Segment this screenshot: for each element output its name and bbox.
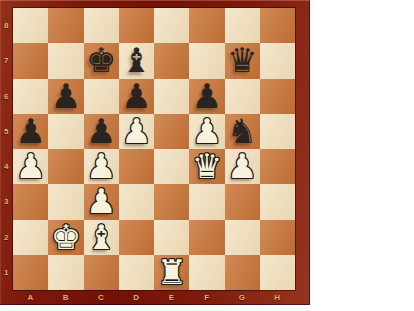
square-c8[interactable] (84, 8, 119, 43)
black-pawn: ♟ (192, 79, 222, 114)
black-king: ♚ (86, 43, 116, 78)
square-h2[interactable] (260, 220, 295, 255)
file-label-f: F (189, 290, 224, 305)
rank-label-1: 1 (0, 255, 13, 290)
square-h7[interactable] (260, 43, 295, 78)
square-b2[interactable]: ♚ (48, 220, 83, 255)
square-a7[interactable] (13, 43, 48, 78)
square-g5[interactable]: ♞ (225, 114, 260, 149)
page: 87654321 ♚♝♛♟♟♟♟♟♟♟♞♟♟♛♟♟♚♝♜ ABCDEFGH (0, 0, 414, 311)
chessboard: ♚♝♛♟♟♟♟♟♟♟♞♟♟♛♟♟♚♝♜ (13, 8, 295, 290)
square-c3[interactable]: ♟ (84, 184, 119, 219)
square-h8[interactable] (260, 8, 295, 43)
square-c5[interactable]: ♟ (84, 114, 119, 149)
square-a2[interactable] (13, 220, 48, 255)
white-pawn: ♟ (121, 114, 151, 149)
white-pawn: ♟ (86, 149, 116, 184)
square-h4[interactable] (260, 149, 295, 184)
file-labels: ABCDEFGH (13, 290, 295, 305)
black-queen: ♛ (227, 43, 257, 78)
white-queen: ♛ (192, 149, 222, 184)
rank-label-6: 6 (0, 79, 13, 114)
square-a5[interactable]: ♟ (13, 114, 48, 149)
square-f2[interactable] (189, 220, 224, 255)
file-label-b: B (48, 290, 83, 305)
square-e1[interactable]: ♜ (154, 255, 189, 290)
file-label-c: C (84, 290, 119, 305)
black-pawn: ♟ (121, 79, 151, 114)
rank-label-4: 4 (0, 149, 13, 184)
square-c1[interactable] (84, 255, 119, 290)
square-b5[interactable] (48, 114, 83, 149)
board-frame: 87654321 ♚♝♛♟♟♟♟♟♟♟♞♟♟♛♟♟♚♝♜ ABCDEFGH (0, 0, 310, 305)
square-d6[interactable]: ♟ (119, 79, 154, 114)
white-pawn: ♟ (227, 149, 257, 184)
square-f6[interactable]: ♟ (189, 79, 224, 114)
file-label-a: A (13, 290, 48, 305)
square-f3[interactable] (189, 184, 224, 219)
white-pawn: ♟ (15, 149, 45, 184)
square-c6[interactable] (84, 79, 119, 114)
square-e3[interactable] (154, 184, 189, 219)
white-rook: ♜ (156, 255, 186, 290)
square-f4[interactable]: ♛ (189, 149, 224, 184)
square-g1[interactable] (225, 255, 260, 290)
square-h6[interactable] (260, 79, 295, 114)
square-f7[interactable] (189, 43, 224, 78)
square-g4[interactable]: ♟ (225, 149, 260, 184)
square-e2[interactable] (154, 220, 189, 255)
square-c2[interactable]: ♝ (84, 220, 119, 255)
black-bishop: ♝ (121, 43, 151, 78)
rank-label-7: 7 (0, 43, 13, 78)
square-f5[interactable]: ♟ (189, 114, 224, 149)
white-bishop: ♝ (86, 220, 116, 255)
square-e8[interactable] (154, 8, 189, 43)
square-a6[interactable] (13, 79, 48, 114)
square-e5[interactable] (154, 114, 189, 149)
square-h5[interactable] (260, 114, 295, 149)
square-a4[interactable]: ♟ (13, 149, 48, 184)
square-b8[interactable] (48, 8, 83, 43)
square-c4[interactable]: ♟ (84, 149, 119, 184)
square-h3[interactable] (260, 184, 295, 219)
square-d2[interactable] (119, 220, 154, 255)
black-pawn: ♟ (51, 79, 81, 114)
black-pawn: ♟ (15, 114, 45, 149)
white-pawn: ♟ (192, 114, 222, 149)
black-knight: ♞ (227, 114, 257, 149)
square-a3[interactable] (13, 184, 48, 219)
square-b4[interactable] (48, 149, 83, 184)
square-b6[interactable]: ♟ (48, 79, 83, 114)
square-d3[interactable] (119, 184, 154, 219)
square-e4[interactable] (154, 149, 189, 184)
white-king: ♚ (51, 220, 81, 255)
square-b7[interactable] (48, 43, 83, 78)
square-e6[interactable] (154, 79, 189, 114)
rank-label-3: 3 (0, 184, 13, 219)
square-a1[interactable] (13, 255, 48, 290)
file-label-e: E (154, 290, 189, 305)
file-label-d: D (119, 290, 154, 305)
square-g3[interactable] (225, 184, 260, 219)
square-g2[interactable] (225, 220, 260, 255)
square-e7[interactable] (154, 43, 189, 78)
square-d1[interactable] (119, 255, 154, 290)
square-d8[interactable] (119, 8, 154, 43)
file-label-g: G (225, 290, 260, 305)
square-c7[interactable]: ♚ (84, 43, 119, 78)
square-b3[interactable] (48, 184, 83, 219)
file-label-h: H (260, 290, 295, 305)
square-g7[interactable]: ♛ (225, 43, 260, 78)
white-pawn: ♟ (86, 184, 116, 219)
rank-label-2: 2 (0, 220, 13, 255)
square-d4[interactable] (119, 149, 154, 184)
black-pawn: ♟ (86, 114, 116, 149)
square-f8[interactable] (189, 8, 224, 43)
square-g6[interactable] (225, 79, 260, 114)
square-a8[interactable] (13, 8, 48, 43)
square-f1[interactable] (189, 255, 224, 290)
rank-label-5: 5 (0, 114, 13, 149)
rank-label-8: 8 (0, 8, 13, 43)
square-g8[interactable] (225, 8, 260, 43)
square-d5[interactable]: ♟ (119, 114, 154, 149)
square-h1[interactable] (260, 255, 295, 290)
square-d7[interactable]: ♝ (119, 43, 154, 78)
square-b1[interactable] (48, 255, 83, 290)
rank-labels: 87654321 (0, 8, 13, 290)
